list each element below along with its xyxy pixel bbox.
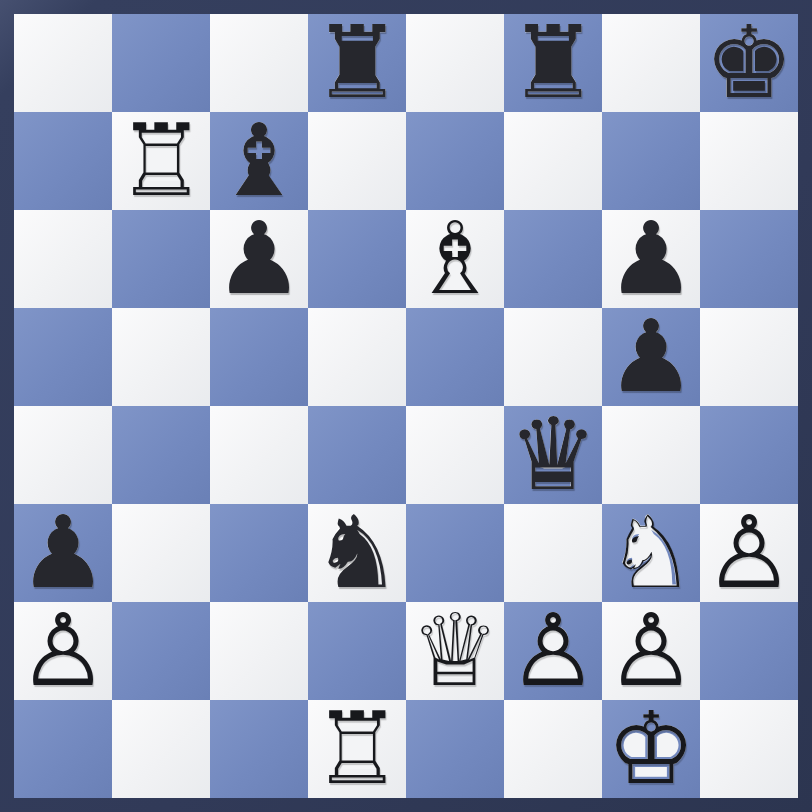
chess-board: ♖♜♖♜♔♚♜♖♗♝♙♟♝♗♙♟♙♟♕♛♙♟♘♞♞♘♟♙♟♙♛♕♟♙♟♙♜♖♚♔ xyxy=(14,14,798,798)
black-bishop-glyph-under: ♗ xyxy=(210,112,308,210)
square-b3[interactable] xyxy=(112,504,210,602)
square-b5[interactable] xyxy=(112,308,210,406)
black-pawn[interactable]: ♙♟ xyxy=(602,210,700,308)
square-a1[interactable] xyxy=(14,700,112,798)
white-pawn-glyph: ♙ xyxy=(14,602,112,700)
square-f6[interactable] xyxy=(504,210,602,308)
black-bishop-glyph: ♝ xyxy=(210,112,308,210)
black-rook[interactable]: ♖♜ xyxy=(308,14,406,112)
square-a8[interactable] xyxy=(14,14,112,112)
black-pawn-glyph: ♟ xyxy=(210,210,308,308)
square-e7[interactable] xyxy=(406,112,504,210)
square-g6[interactable]: ♙♟ xyxy=(602,210,700,308)
square-f2[interactable]: ♟♙ xyxy=(504,602,602,700)
black-rook-glyph-under: ♖ xyxy=(308,14,406,112)
black-queen-glyph-under: ♕ xyxy=(504,406,602,504)
square-d3[interactable]: ♘♞ xyxy=(308,504,406,602)
black-pawn-glyph-under: ♙ xyxy=(602,210,700,308)
black-pawn[interactable]: ♙♟ xyxy=(14,504,112,602)
white-pawn-glyph-under: ♟ xyxy=(504,602,602,700)
white-queen-glyph-under: ♛ xyxy=(406,602,504,700)
square-d7[interactable] xyxy=(308,112,406,210)
square-a3[interactable]: ♙♟ xyxy=(14,504,112,602)
square-f8[interactable]: ♖♜ xyxy=(504,14,602,112)
square-g8[interactable] xyxy=(602,14,700,112)
square-d8[interactable]: ♖♜ xyxy=(308,14,406,112)
square-c4[interactable] xyxy=(210,406,308,504)
square-b4[interactable] xyxy=(112,406,210,504)
square-b7[interactable]: ♜♖ xyxy=(112,112,210,210)
square-a4[interactable] xyxy=(14,406,112,504)
black-king[interactable]: ♔♚ xyxy=(700,14,798,112)
white-bishop[interactable]: ♝♗ xyxy=(406,210,504,308)
black-pawn-glyph-under: ♙ xyxy=(14,504,112,602)
black-bishop[interactable]: ♗♝ xyxy=(210,112,308,210)
square-c6[interactable]: ♙♟ xyxy=(210,210,308,308)
square-c3[interactable] xyxy=(210,504,308,602)
square-f5[interactable] xyxy=(504,308,602,406)
white-king-glyph-under: ♚ xyxy=(602,700,700,798)
square-e6[interactable]: ♝♗ xyxy=(406,210,504,308)
square-f7[interactable] xyxy=(504,112,602,210)
square-c7[interactable]: ♗♝ xyxy=(210,112,308,210)
black-queen[interactable]: ♕♛ xyxy=(504,406,602,504)
square-e3[interactable] xyxy=(406,504,504,602)
square-e8[interactable] xyxy=(406,14,504,112)
black-king-glyph: ♚ xyxy=(700,14,798,112)
white-knight[interactable]: ♞♘ xyxy=(602,504,700,602)
white-knight-glyph-under: ♞ xyxy=(602,504,700,602)
white-pawn-glyph-under: ♟ xyxy=(700,504,798,602)
square-f3[interactable] xyxy=(504,504,602,602)
white-pawn-glyph: ♙ xyxy=(602,602,700,700)
white-bishop-glyph-under: ♝ xyxy=(406,210,504,308)
square-d1[interactable]: ♜♖ xyxy=(308,700,406,798)
black-pawn[interactable]: ♙♟ xyxy=(602,308,700,406)
square-f4[interactable]: ♕♛ xyxy=(504,406,602,504)
black-pawn[interactable]: ♙♟ xyxy=(210,210,308,308)
white-pawn[interactable]: ♟♙ xyxy=(14,602,112,700)
square-e2[interactable]: ♛♕ xyxy=(406,602,504,700)
white-knight-glyph: ♘ xyxy=(602,504,700,602)
white-king-glyph: ♔ xyxy=(602,700,700,798)
white-pawn-glyph-under: ♟ xyxy=(602,602,700,700)
square-h2[interactable] xyxy=(700,602,798,700)
black-rook[interactable]: ♖♜ xyxy=(504,14,602,112)
square-g3[interactable]: ♞♘ xyxy=(602,504,700,602)
square-c2[interactable] xyxy=(210,602,308,700)
square-h3[interactable]: ♟♙ xyxy=(700,504,798,602)
square-c8[interactable] xyxy=(210,14,308,112)
white-pawn[interactable]: ♟♙ xyxy=(504,602,602,700)
black-rook-glyph-under: ♖ xyxy=(504,14,602,112)
square-d5[interactable] xyxy=(308,308,406,406)
white-pawn-glyph: ♙ xyxy=(504,602,602,700)
square-h5[interactable] xyxy=(700,308,798,406)
square-d6[interactable] xyxy=(308,210,406,308)
white-rook-glyph: ♖ xyxy=(112,112,210,210)
square-a7[interactable] xyxy=(14,112,112,210)
white-pawn[interactable]: ♟♙ xyxy=(700,504,798,602)
black-pawn-glyph: ♟ xyxy=(602,308,700,406)
white-rook[interactable]: ♜♖ xyxy=(308,700,406,798)
square-g7[interactable] xyxy=(602,112,700,210)
white-queen[interactable]: ♛♕ xyxy=(406,602,504,700)
square-g5[interactable]: ♙♟ xyxy=(602,308,700,406)
black-knight-glyph: ♞ xyxy=(308,504,406,602)
square-h1[interactable] xyxy=(700,700,798,798)
square-e5[interactable] xyxy=(406,308,504,406)
square-b6[interactable] xyxy=(112,210,210,308)
square-g1[interactable]: ♚♔ xyxy=(602,700,700,798)
black-knight-glyph-under: ♘ xyxy=(308,504,406,602)
square-b2[interactable] xyxy=(112,602,210,700)
black-king-glyph-under: ♔ xyxy=(700,14,798,112)
square-h8[interactable]: ♔♚ xyxy=(700,14,798,112)
black-rook-glyph: ♜ xyxy=(504,14,602,112)
black-queen-glyph: ♛ xyxy=(504,406,602,504)
board-frame: ♖♜♖♜♔♚♜♖♗♝♙♟♝♗♙♟♙♟♕♛♙♟♘♞♞♘♟♙♟♙♛♕♟♙♟♙♜♖♚♔ xyxy=(0,0,812,812)
white-rook-glyph: ♖ xyxy=(308,700,406,798)
white-king[interactable]: ♚♔ xyxy=(602,700,700,798)
white-pawn-glyph-under: ♟ xyxy=(14,602,112,700)
black-pawn-glyph: ♟ xyxy=(14,504,112,602)
square-h6[interactable] xyxy=(700,210,798,308)
black-pawn-glyph: ♟ xyxy=(602,210,700,308)
black-knight[interactable]: ♘♞ xyxy=(308,504,406,602)
white-bishop-glyph: ♗ xyxy=(406,210,504,308)
square-h7[interactable] xyxy=(700,112,798,210)
black-pawn-glyph-under: ♙ xyxy=(602,308,700,406)
square-f1[interactable] xyxy=(504,700,602,798)
square-b1[interactable] xyxy=(112,700,210,798)
square-h4[interactable] xyxy=(700,406,798,504)
white-queen-glyph: ♕ xyxy=(406,602,504,700)
white-rook-glyph-under: ♜ xyxy=(308,700,406,798)
square-c1[interactable] xyxy=(210,700,308,798)
square-g2[interactable]: ♟♙ xyxy=(602,602,700,700)
square-d4[interactable] xyxy=(308,406,406,504)
square-a2[interactable]: ♟♙ xyxy=(14,602,112,700)
square-g4[interactable] xyxy=(602,406,700,504)
black-rook-glyph: ♜ xyxy=(308,14,406,112)
white-pawn[interactable]: ♟♙ xyxy=(602,602,700,700)
black-pawn-glyph-under: ♙ xyxy=(210,210,308,308)
square-c5[interactable] xyxy=(210,308,308,406)
square-a5[interactable] xyxy=(14,308,112,406)
square-e1[interactable] xyxy=(406,700,504,798)
square-b8[interactable] xyxy=(112,14,210,112)
square-a6[interactable] xyxy=(14,210,112,308)
white-rook[interactable]: ♜♖ xyxy=(112,112,210,210)
white-rook-glyph-under: ♜ xyxy=(112,112,210,210)
white-pawn-glyph: ♙ xyxy=(700,504,798,602)
square-d2[interactable] xyxy=(308,602,406,700)
square-e4[interactable] xyxy=(406,406,504,504)
